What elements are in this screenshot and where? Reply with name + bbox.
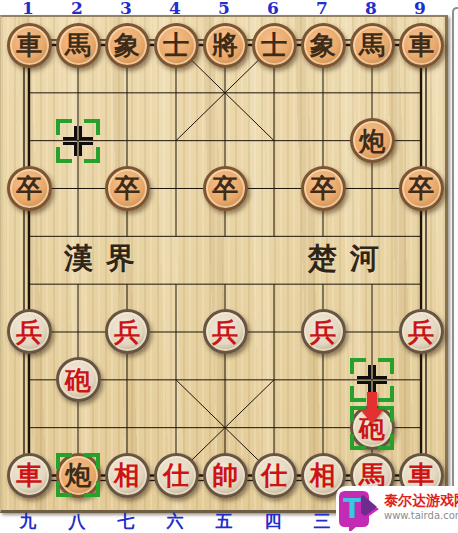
black-elephant[interactable]: 象	[301, 23, 346, 68]
river-label-right: 楚河	[308, 244, 392, 273]
black-general[interactable]: 將	[203, 23, 248, 68]
river-label-left: 漢界	[64, 244, 148, 273]
logo-letter: T	[343, 494, 361, 524]
black-elephant[interactable]: 象	[105, 23, 150, 68]
red-soldier[interactable]: 兵	[301, 309, 346, 354]
black-soldier[interactable]: 卒	[7, 166, 52, 211]
red-soldier[interactable]: 兵	[399, 309, 444, 354]
black-advisor[interactable]: 士	[252, 23, 297, 68]
red-cannon[interactable]: 砲	[350, 405, 395, 450]
red-advisor[interactable]: 仕	[154, 453, 199, 498]
black-soldier[interactable]: 卒	[301, 166, 346, 211]
red-soldier[interactable]: 兵	[7, 309, 52, 354]
red-advisor[interactable]: 仕	[252, 453, 297, 498]
tairda-logo-icon: T	[337, 489, 381, 531]
watermark-site-name: 泰尔达游戏网	[384, 493, 456, 507]
black-soldier[interactable]: 卒	[203, 166, 248, 211]
black-chariot[interactable]: 車	[7, 23, 52, 68]
red-elephant[interactable]: 相	[105, 453, 150, 498]
red-soldier[interactable]: 兵	[203, 309, 248, 354]
black-chariot[interactable]: 車	[399, 23, 444, 68]
black-soldier[interactable]: 卒	[105, 166, 150, 211]
watermark-panel: T 泰尔达游戏网 www.tairda.com	[336, 486, 458, 533]
black-soldier[interactable]: 卒	[399, 166, 444, 211]
red-chariot[interactable]: 車	[7, 453, 52, 498]
red-soldier[interactable]: 兵	[105, 309, 150, 354]
watermark-url: www.tairda.com	[384, 511, 458, 521]
black-advisor[interactable]: 士	[154, 23, 199, 68]
black-cannon[interactable]: 炮	[350, 118, 395, 163]
xiangqi-app-window: 漢界 楚河 123456789 九八七六五四三二一 車馬象士將士象馬車炮卒卒卒卒…	[0, 0, 458, 533]
black-horse[interactable]: 馬	[350, 23, 395, 68]
black-cannon[interactable]: 炮	[56, 453, 101, 498]
red-general[interactable]: 帥	[203, 453, 248, 498]
red-cannon[interactable]: 砲	[56, 357, 101, 402]
black-horse[interactable]: 馬	[56, 23, 101, 68]
